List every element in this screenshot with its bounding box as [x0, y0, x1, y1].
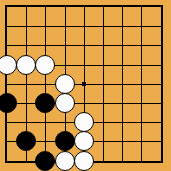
grid-line-vertical — [141, 7, 142, 161]
black-stone[interactable] — [55, 131, 75, 151]
white-stone[interactable] — [35, 55, 55, 75]
white-stone[interactable] — [74, 112, 94, 132]
black-stone[interactable] — [35, 151, 55, 171]
white-stone[interactable] — [0, 55, 17, 75]
white-stone[interactable] — [74, 151, 94, 171]
white-stone[interactable] — [16, 55, 36, 75]
white-stone[interactable] — [55, 74, 75, 94]
grid-line-vertical — [103, 7, 104, 161]
grid-line-horizontal — [7, 103, 161, 104]
grid-line-vertical — [122, 7, 123, 161]
star-point — [82, 82, 86, 86]
go-board[interactable] — [0, 0, 171, 171]
go-diagram — [0, 0, 171, 171]
white-stone[interactable] — [55, 151, 75, 171]
white-stone[interactable] — [55, 93, 75, 113]
